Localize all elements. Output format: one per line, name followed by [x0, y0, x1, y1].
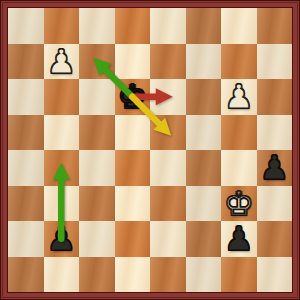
- square-e1[interactable]: [150, 257, 186, 293]
- square-e5[interactable]: [150, 115, 186, 151]
- piece-black-pawn-h4[interactable]: ♟: [257, 150, 293, 186]
- square-e4[interactable]: [150, 150, 186, 186]
- square-a7[interactable]: [8, 44, 44, 80]
- square-b6[interactable]: [44, 79, 80, 115]
- chess-board[interactable]: ♟♟♚♚♟♟♟: [8, 8, 292, 292]
- square-h3[interactable]: [257, 186, 293, 222]
- piece-black-pawn-g2[interactable]: ♟: [221, 221, 257, 257]
- square-e3[interactable]: [150, 186, 186, 222]
- square-b1[interactable]: [44, 257, 80, 293]
- square-b5[interactable]: [44, 115, 80, 151]
- square-c2[interactable]: [79, 221, 115, 257]
- square-h8[interactable]: [257, 8, 293, 44]
- piece-white-king-g3[interactable]: ♚: [221, 186, 257, 222]
- square-d7[interactable]: [115, 44, 151, 80]
- square-e6[interactable]: [150, 79, 186, 115]
- piece-black-pawn-b2[interactable]: ♟: [44, 221, 80, 257]
- piece-white-pawn-b7[interactable]: ♟: [44, 44, 80, 80]
- square-g7[interactable]: [221, 44, 257, 80]
- piece-black-king-d6[interactable]: ♚: [115, 79, 151, 115]
- square-a8[interactable]: [8, 8, 44, 44]
- square-d4[interactable]: [115, 150, 151, 186]
- square-f2[interactable]: [186, 221, 222, 257]
- square-d5[interactable]: [115, 115, 151, 151]
- square-h1[interactable]: [257, 257, 293, 293]
- square-a1[interactable]: [8, 257, 44, 293]
- square-f3[interactable]: [186, 186, 222, 222]
- square-c5[interactable]: [79, 115, 115, 151]
- square-a3[interactable]: [8, 186, 44, 222]
- square-g5[interactable]: [221, 115, 257, 151]
- square-f4[interactable]: [186, 150, 222, 186]
- square-a6[interactable]: [8, 79, 44, 115]
- square-d3[interactable]: [115, 186, 151, 222]
- square-c8[interactable]: [79, 8, 115, 44]
- square-e7[interactable]: [150, 44, 186, 80]
- square-a2[interactable]: [8, 221, 44, 257]
- square-b8[interactable]: [44, 8, 80, 44]
- square-a5[interactable]: [8, 115, 44, 151]
- square-g1[interactable]: [221, 257, 257, 293]
- piece-white-pawn-g6[interactable]: ♟: [221, 79, 257, 115]
- square-g8[interactable]: [221, 8, 257, 44]
- square-a4[interactable]: [8, 150, 44, 186]
- square-b3[interactable]: [44, 186, 80, 222]
- square-c1[interactable]: [79, 257, 115, 293]
- square-f8[interactable]: [186, 8, 222, 44]
- square-e2[interactable]: [150, 221, 186, 257]
- square-h5[interactable]: [257, 115, 293, 151]
- square-e8[interactable]: [150, 8, 186, 44]
- square-f5[interactable]: [186, 115, 222, 151]
- square-g4[interactable]: [221, 150, 257, 186]
- square-c4[interactable]: [79, 150, 115, 186]
- square-c3[interactable]: [79, 186, 115, 222]
- square-d8[interactable]: [115, 8, 151, 44]
- square-c7[interactable]: [79, 44, 115, 80]
- square-d1[interactable]: [115, 257, 151, 293]
- square-d2[interactable]: [115, 221, 151, 257]
- chess-board-screenshot: ♟♟♚♚♟♟♟: [0, 0, 300, 300]
- square-h2[interactable]: [257, 221, 293, 257]
- square-c6[interactable]: [79, 79, 115, 115]
- square-f1[interactable]: [186, 257, 222, 293]
- square-f7[interactable]: [186, 44, 222, 80]
- square-h6[interactable]: [257, 79, 293, 115]
- square-h7[interactable]: [257, 44, 293, 80]
- square-f6[interactable]: [186, 79, 222, 115]
- square-b4[interactable]: [44, 150, 80, 186]
